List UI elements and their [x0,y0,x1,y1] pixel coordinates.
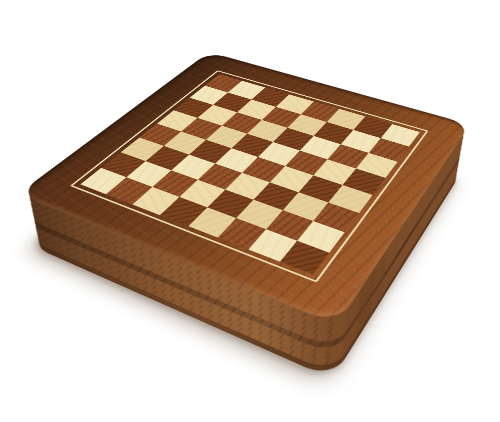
chess-board-box [93,0,423,322]
product-photo [0,0,500,422]
board-frame [18,52,471,325]
